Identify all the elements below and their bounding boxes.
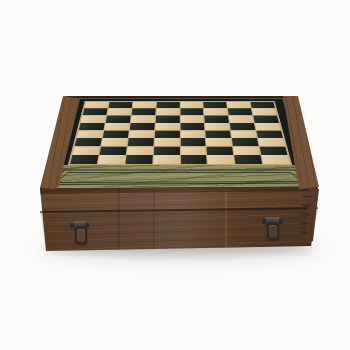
board-square — [231, 130, 257, 138]
board-square — [132, 102, 155, 109]
board-square — [156, 108, 180, 115]
board-square — [180, 115, 204, 122]
board-square — [180, 108, 204, 115]
board-square — [206, 138, 232, 146]
board-square — [258, 138, 285, 146]
left-latch-icon — [72, 221, 87, 243]
board-square — [255, 123, 281, 130]
board-square — [227, 102, 251, 109]
board-square — [79, 123, 105, 130]
board-square — [155, 123, 179, 130]
board-square — [153, 155, 180, 164]
board-square — [204, 108, 228, 115]
board-square — [251, 102, 275, 109]
board-square — [233, 147, 260, 155]
board-square — [81, 115, 106, 122]
board-square — [253, 115, 278, 122]
board-square — [180, 102, 203, 109]
latch-hoop — [267, 223, 279, 240]
latch-ear — [70, 223, 74, 228]
board-square — [101, 138, 128, 146]
board-square — [75, 138, 102, 146]
board-square — [260, 147, 288, 155]
board-square — [155, 115, 179, 122]
board-square — [127, 138, 153, 146]
board-square — [234, 155, 262, 164]
board-square — [99, 147, 126, 155]
checkerboard — [57, 99, 303, 168]
board-square — [156, 102, 179, 109]
board-square — [180, 138, 206, 146]
board-square — [205, 123, 230, 130]
latch-hoop — [75, 227, 87, 244]
board-square — [207, 147, 234, 155]
board-square — [232, 138, 259, 146]
board-square — [252, 108, 277, 115]
board-square — [154, 130, 179, 138]
board-square — [180, 147, 206, 155]
board-square — [129, 130, 154, 138]
board-square — [104, 123, 129, 130]
board-square — [230, 123, 255, 130]
board-square — [107, 108, 131, 115]
board-square — [131, 108, 155, 115]
board-square — [125, 155, 152, 164]
board-square — [153, 147, 179, 155]
board-square — [207, 155, 234, 164]
board-square — [98, 155, 126, 164]
board-square — [256, 130, 283, 138]
board-square — [130, 123, 155, 130]
latch-ear — [262, 219, 266, 224]
board-square — [70, 155, 98, 164]
board-square — [180, 155, 207, 164]
board-square — [77, 130, 103, 138]
board-square — [103, 130, 129, 138]
board-square — [205, 115, 229, 122]
board-square — [180, 130, 205, 138]
board-square — [229, 115, 254, 122]
product-photo: { "game": { "name": "checkers / chess ga… — [0, 0, 350, 350]
board-square — [84, 102, 108, 109]
board-square — [206, 130, 232, 138]
board-square — [72, 147, 100, 155]
board-square — [204, 102, 228, 109]
board-square — [126, 147, 153, 155]
board-square — [83, 108, 108, 115]
board-square — [130, 115, 154, 122]
board-square — [154, 138, 179, 146]
board-square — [106, 115, 131, 122]
board-square — [108, 102, 132, 109]
board-square — [262, 155, 290, 164]
board-square — [180, 123, 205, 130]
right-latch-icon — [264, 217, 281, 239]
latch-ear — [279, 219, 283, 224]
board-square — [228, 108, 252, 115]
